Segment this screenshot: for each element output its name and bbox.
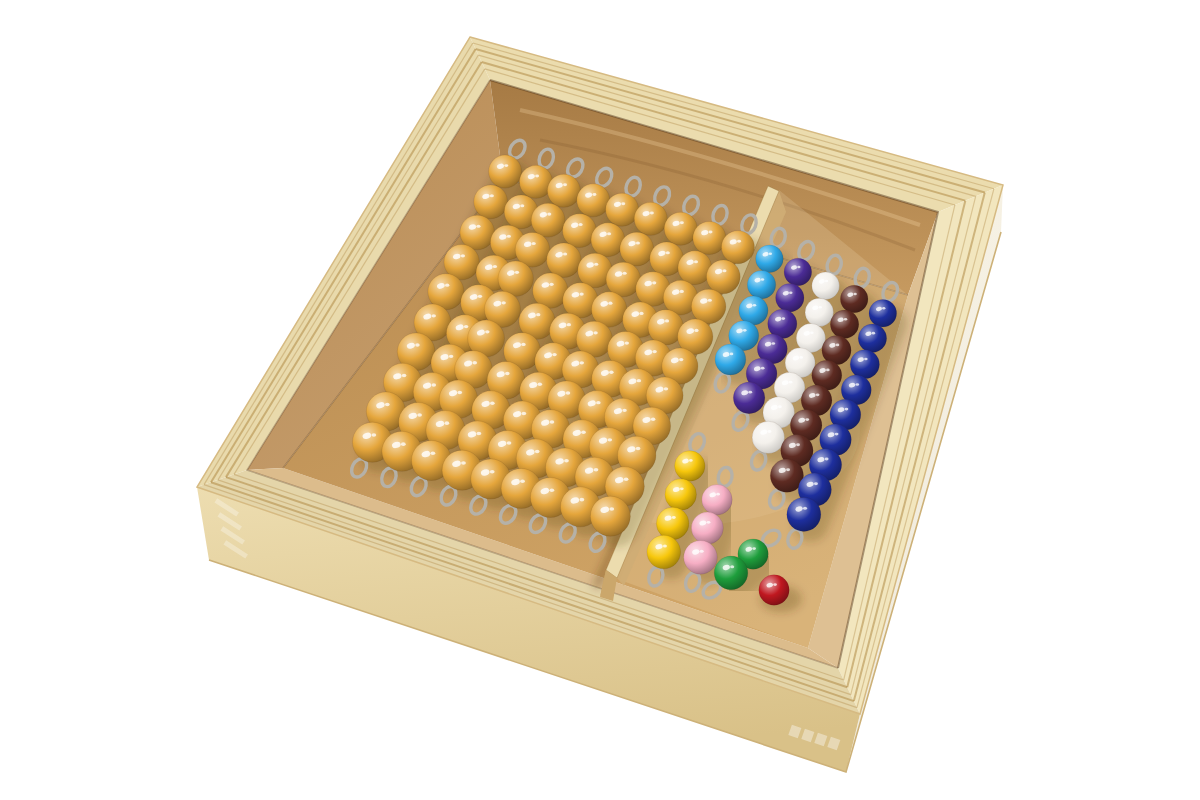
- bead: [474, 185, 508, 219]
- bead: [776, 284, 804, 312]
- bead: [715, 344, 746, 375]
- bead: [805, 298, 833, 326]
- bead: [620, 232, 654, 266]
- bead: [547, 174, 580, 207]
- bead: [675, 451, 705, 481]
- bead: [721, 231, 754, 264]
- bead: [577, 184, 610, 217]
- bead: [747, 270, 775, 298]
- bead: [840, 285, 868, 313]
- bead: [784, 258, 812, 286]
- bead: [693, 221, 726, 254]
- bead: [665, 479, 696, 510]
- bead: [664, 212, 697, 245]
- bead: [547, 243, 582, 278]
- bead: [869, 300, 897, 328]
- bead: [756, 245, 784, 273]
- bead: [684, 541, 718, 575]
- bead: [714, 556, 748, 590]
- bead: [759, 575, 789, 605]
- bead: [733, 382, 765, 414]
- bead: [706, 260, 740, 294]
- bead: [606, 262, 641, 297]
- bead: [830, 310, 858, 338]
- bead: [634, 202, 667, 235]
- bead: [812, 272, 840, 300]
- bead: [702, 484, 732, 514]
- montessori-bead-box-photo: [0, 0, 1200, 800]
- bead: [590, 496, 630, 536]
- photo-canvas: [0, 0, 1200, 800]
- bead: [647, 535, 681, 569]
- bead: [656, 507, 689, 540]
- bead: [606, 193, 639, 226]
- bead: [531, 203, 565, 237]
- bead: [850, 350, 879, 379]
- bead: [787, 497, 821, 531]
- wooden-box: [197, 37, 1003, 772]
- bead: [858, 324, 886, 352]
- bead: [691, 512, 723, 544]
- bead: [752, 421, 784, 453]
- bead: [691, 289, 726, 324]
- bead: [489, 155, 522, 188]
